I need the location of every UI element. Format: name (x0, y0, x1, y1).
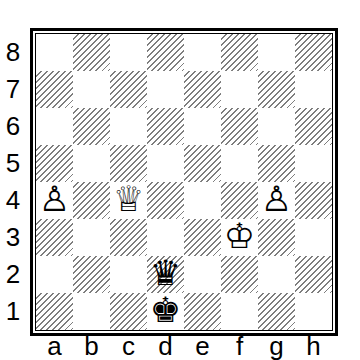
square-g4[interactable]: ♙ (258, 182, 295, 219)
square-e8[interactable] (184, 34, 221, 71)
square-h8[interactable] (295, 34, 332, 71)
white-king-piece[interactable]: ♔ (224, 218, 255, 255)
white-pawn-piece[interactable]: ♙ (39, 181, 70, 218)
file-label-h: h (295, 333, 332, 360)
square-a7[interactable] (36, 71, 73, 108)
square-c1[interactable] (110, 293, 147, 330)
square-e7[interactable] (184, 71, 221, 108)
square-c3[interactable] (110, 219, 147, 256)
square-h1[interactable] (295, 293, 332, 330)
square-b4[interactable] (73, 182, 110, 219)
square-b7[interactable] (73, 71, 110, 108)
white-pawn-piece[interactable]: ♙ (261, 181, 292, 218)
board-grid: ♙♕♙♔♛♚ (35, 33, 333, 331)
square-b2[interactable] (73, 256, 110, 293)
black-queen-piece[interactable]: ♛ (150, 255, 181, 292)
square-g8[interactable] (258, 34, 295, 71)
chess-board-frame: ♙♕♙♔♛♚ (30, 28, 338, 336)
square-d2[interactable]: ♛ (147, 256, 184, 293)
square-d5[interactable] (147, 145, 184, 182)
square-a2[interactable] (36, 256, 73, 293)
file-label-e: e (184, 333, 221, 360)
rank-label-8: 8 (0, 34, 26, 71)
square-a4[interactable]: ♙ (36, 182, 73, 219)
square-h6[interactable] (295, 108, 332, 145)
square-h5[interactable] (295, 145, 332, 182)
file-label-d: d (147, 333, 184, 360)
square-g7[interactable] (258, 71, 295, 108)
rank-labels: 8 7 6 5 4 3 2 1 (0, 34, 26, 330)
square-f7[interactable] (221, 71, 258, 108)
square-b6[interactable] (73, 108, 110, 145)
square-d6[interactable] (147, 108, 184, 145)
square-a3[interactable] (36, 219, 73, 256)
square-e2[interactable] (184, 256, 221, 293)
square-e3[interactable] (184, 219, 221, 256)
square-f5[interactable] (221, 145, 258, 182)
square-a8[interactable] (36, 34, 73, 71)
file-label-f: f (221, 333, 258, 360)
rank-label-5: 5 (0, 145, 26, 182)
rank-label-3: 3 (0, 219, 26, 256)
rank-label-1: 1 (0, 293, 26, 330)
file-label-g: g (258, 333, 295, 360)
file-labels: a b c d e f g h (36, 333, 332, 360)
square-c6[interactable] (110, 108, 147, 145)
square-b1[interactable] (73, 293, 110, 330)
square-f1[interactable] (221, 293, 258, 330)
rank-label-6: 6 (0, 108, 26, 145)
square-g5[interactable] (258, 145, 295, 182)
square-e4[interactable] (184, 182, 221, 219)
file-label-b: b (73, 333, 110, 360)
square-a1[interactable] (36, 293, 73, 330)
square-b3[interactable] (73, 219, 110, 256)
square-h3[interactable] (295, 219, 332, 256)
square-b8[interactable] (73, 34, 110, 71)
square-a6[interactable] (36, 108, 73, 145)
square-f6[interactable] (221, 108, 258, 145)
square-g3[interactable] (258, 219, 295, 256)
square-h7[interactable] (295, 71, 332, 108)
square-b5[interactable] (73, 145, 110, 182)
rank-label-2: 2 (0, 256, 26, 293)
square-d4[interactable] (147, 182, 184, 219)
square-e6[interactable] (184, 108, 221, 145)
square-f3[interactable]: ♔ (221, 219, 258, 256)
white-queen-piece[interactable]: ♕ (113, 181, 144, 218)
square-g2[interactable] (258, 256, 295, 293)
rank-label-7: 7 (0, 71, 26, 108)
square-c8[interactable] (110, 34, 147, 71)
square-g1[interactable] (258, 293, 295, 330)
square-h4[interactable] (295, 182, 332, 219)
black-king-piece[interactable]: ♚ (150, 292, 181, 329)
square-f4[interactable] (221, 182, 258, 219)
square-c4[interactable]: ♕ (110, 182, 147, 219)
square-c5[interactable] (110, 145, 147, 182)
square-e1[interactable] (184, 293, 221, 330)
square-f8[interactable] (221, 34, 258, 71)
chess-diagram: 8 7 6 5 4 3 2 1 ♙♕♙♔♛♚ a b c d e f g h (0, 0, 360, 360)
file-label-a: a (36, 333, 73, 360)
square-f2[interactable] (221, 256, 258, 293)
rank-label-4: 4 (0, 182, 26, 219)
square-d3[interactable] (147, 219, 184, 256)
square-c2[interactable] (110, 256, 147, 293)
square-d7[interactable] (147, 71, 184, 108)
square-e5[interactable] (184, 145, 221, 182)
square-c7[interactable] (110, 71, 147, 108)
square-h2[interactable] (295, 256, 332, 293)
file-label-c: c (110, 333, 147, 360)
square-g6[interactable] (258, 108, 295, 145)
square-a5[interactable] (36, 145, 73, 182)
square-d8[interactable] (147, 34, 184, 71)
square-d1[interactable]: ♚ (147, 293, 184, 330)
